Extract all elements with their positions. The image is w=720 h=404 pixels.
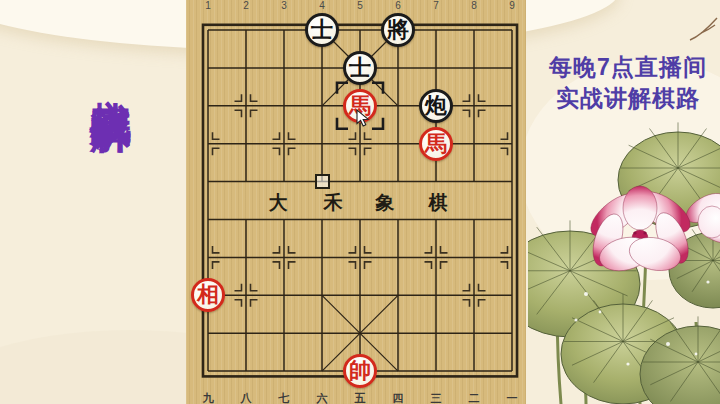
file-label-bottom: 二 — [469, 391, 480, 404]
file-label-top: 2 — [243, 0, 249, 11]
river-character: 象 — [376, 190, 395, 216]
promo-line-2: 实战讲解棋路 — [537, 83, 719, 114]
file-label-bottom: 三 — [431, 391, 442, 404]
file-label-top: 3 — [281, 0, 287, 11]
piece-black-advisor[interactable]: 士 — [343, 51, 377, 85]
piece-character: 相 — [197, 284, 219, 306]
river-character: 禾 — [324, 190, 343, 216]
piece-character: 士 — [349, 57, 371, 79]
xiangqi-board[interactable]: 123456789 九八七六五四三二一 大禾象棋 士將士馬炮馬相帥 — [186, 0, 526, 404]
piece-black-cannon[interactable]: 炮 — [419, 89, 453, 123]
last-move-marker — [315, 174, 330, 189]
file-label-bottom: 六 — [317, 391, 328, 404]
piece-character: 馬 — [425, 133, 447, 155]
cursor-icon — [356, 109, 370, 127]
file-label-bottom: 九 — [203, 391, 214, 404]
piece-black-general[interactable]: 將 — [381, 13, 415, 47]
file-label-top: 7 — [433, 0, 439, 11]
piece-character: 士 — [311, 19, 333, 41]
twig-decoration — [688, 16, 718, 44]
file-label-bottom: 八 — [241, 391, 252, 404]
piece-red-general[interactable]: 帥 — [343, 354, 377, 388]
file-label-top: 4 — [319, 0, 325, 11]
file-label-top: 5 — [357, 0, 363, 11]
promo-line-1: 每晚7点直播间 — [537, 52, 719, 83]
lotus-illustration — [528, 112, 720, 404]
piece-character: 帥 — [349, 360, 371, 382]
file-label-top: 8 — [471, 0, 477, 11]
promo-text: 每晚7点直播间 实战讲解棋路 — [537, 52, 719, 114]
piece-character: 將 — [387, 19, 409, 41]
piece-black-advisor[interactable]: 士 — [305, 13, 339, 47]
file-label-bottom: 一 — [507, 391, 518, 404]
river-character: 大 — [269, 190, 288, 216]
file-label-bottom: 四 — [393, 391, 404, 404]
file-label-bottom: 五 — [355, 391, 366, 404]
file-label-top: 6 — [395, 0, 401, 11]
piece-character: 炮 — [425, 95, 447, 117]
file-label-top: 9 — [509, 0, 515, 11]
left-banner-title: 实战残棋讲解 — [88, 66, 133, 346]
river-character: 棋 — [429, 190, 448, 216]
file-label-top: 1 — [205, 0, 211, 11]
file-label-bottom: 七 — [279, 391, 290, 404]
piece-red-horse[interactable]: 馬 — [419, 127, 453, 161]
